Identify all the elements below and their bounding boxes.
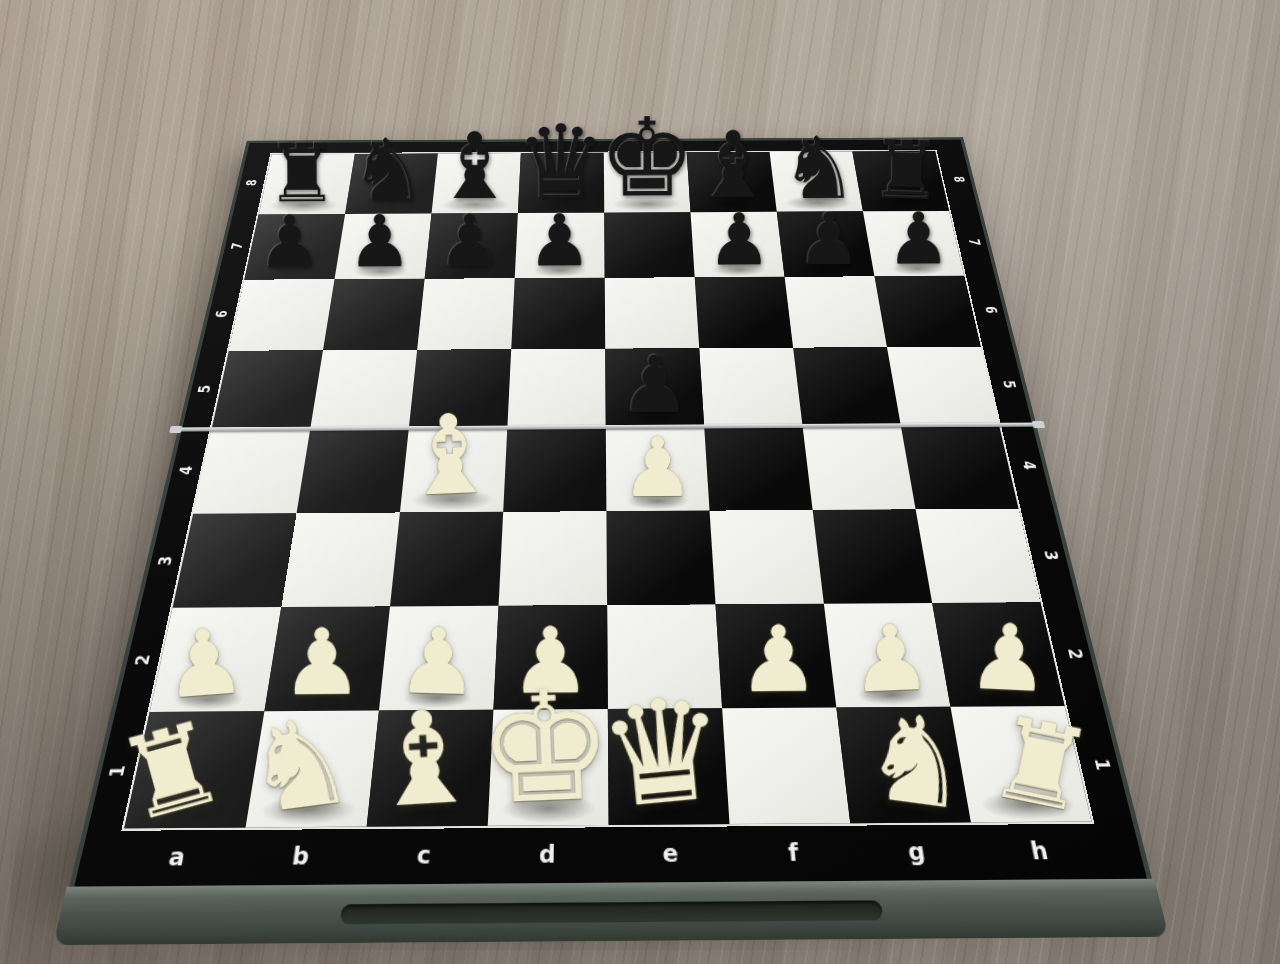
square-b3[interactable] (281, 512, 400, 607)
square-d4[interactable] (503, 426, 606, 512)
file-label-d: d (484, 827, 609, 881)
square-d1[interactable]: ♚ (488, 709, 609, 826)
square-f7[interactable]: ♟ (691, 212, 785, 277)
piece-white-rook-h1[interactable]: ♜ (981, 701, 1102, 827)
rank-label-left-6: 6 (173, 304, 270, 324)
square-h3[interactable] (916, 509, 1041, 603)
piece-black-pawn-c7[interactable]: ♟ (437, 207, 502, 276)
square-b6[interactable] (323, 279, 425, 350)
square-c4[interactable]: ♝ (400, 427, 507, 513)
square-e4[interactable]: ♟ (606, 426, 710, 512)
rank-label-right-6: 6 (942, 300, 1039, 320)
rank-label-right-8: 8 (914, 171, 1003, 188)
square-c6[interactable] (417, 278, 515, 349)
piece-white-rook-a1[interactable]: ♜ (108, 705, 235, 836)
handle-groove (340, 900, 883, 924)
rank-label-right-5: 5 (958, 373, 1060, 395)
square-d3[interactable] (499, 511, 608, 606)
square-f3[interactable] (710, 510, 824, 604)
square-c3[interactable] (390, 512, 503, 607)
piece-white-knight-b1[interactable]: ♞ (238, 701, 360, 829)
square-f1[interactable] (722, 707, 850, 824)
piece-black-pawn-g7[interactable]: ♟ (797, 205, 862, 274)
file-label-b: b (235, 829, 366, 883)
file-label-e: e (609, 826, 734, 880)
piece-black-pawn-b7[interactable]: ♟ (347, 208, 412, 277)
square-e5[interactable]: ♟ (605, 348, 704, 426)
piece-black-pawn-e5[interactable]: ♟ (619, 348, 690, 423)
board-edge-rim (53, 879, 1170, 945)
board-frame: ♜♞♝♛♚♝♞♜♟♟♟♟♟♟♟♟♝♟♟♟♟♟♟♟♟♜♞♝♚♛♞♜ 8765432… (74, 140, 1147, 887)
piece-white-queen-e1[interactable]: ♛ (593, 679, 733, 826)
piece-black-bishop-c8[interactable]: ♝ (433, 124, 515, 211)
square-g6[interactable] (785, 276, 887, 347)
square-e7[interactable] (604, 212, 694, 278)
photo-of-chess-set: { "game": { "name": "Chess", "set_type":… (0, 0, 1280, 964)
square-d7[interactable]: ♟ (515, 213, 605, 279)
square-f2[interactable]: ♟ (716, 604, 837, 709)
square-g4[interactable] (802, 424, 915, 510)
square-a2[interactable]: ♟ (150, 607, 282, 712)
piece-white-pawn-e4[interactable]: ♟ (620, 429, 694, 508)
square-f5[interactable] (699, 348, 802, 426)
piece-black-pawn-f7[interactable]: ♟ (707, 206, 772, 275)
rank-label-left-8: 8 (207, 174, 296, 191)
square-b4[interactable] (297, 427, 409, 513)
square-f6[interactable] (695, 277, 793, 348)
rank-label-left-5: 5 (154, 378, 256, 400)
square-g5[interactable] (793, 347, 901, 425)
piece-black-king-e8[interactable]: ♚ (598, 107, 696, 211)
piece-white-knight-g1[interactable]: ♞ (856, 697, 978, 825)
square-b1[interactable]: ♞ (246, 711, 379, 828)
square-e1[interactable]: ♛ (608, 708, 730, 825)
square-c7[interactable]: ♟ (425, 213, 518, 279)
rank-label-right-7: 7 (928, 233, 1021, 252)
piece-white-pawn-a2[interactable]: ♟ (160, 618, 248, 711)
square-d5[interactable] (507, 349, 605, 427)
square-g7[interactable]: ♟ (777, 211, 875, 276)
piece-white-bishop-c4[interactable]: ♝ (399, 403, 501, 511)
chessboard-scene: ♜♞♝♛♚♝♞♜♟♟♟♟♟♟♟♟♝♟♟♟♟♟♟♟♟♜♞♝♚♛♞♜ 8765432… (176, 0, 1040, 912)
square-b7[interactable]: ♟ (335, 214, 432, 280)
file-labels-bottom: abcdefgh (110, 824, 1107, 884)
piece-black-bishop-f8[interactable]: ♝ (692, 123, 774, 210)
file-label-h: h (973, 824, 1107, 878)
square-c1[interactable]: ♝ (367, 710, 494, 827)
square-d6[interactable] (511, 278, 605, 349)
square-h4[interactable] (901, 424, 1019, 509)
file-label-f: f (730, 826, 858, 880)
square-a4[interactable] (193, 428, 310, 514)
square-h2[interactable]: ♟ (932, 602, 1064, 706)
rank-label-left-7: 7 (191, 236, 284, 255)
square-e8[interactable]: ♚ (604, 152, 691, 212)
square-g1[interactable]: ♞ (836, 707, 971, 823)
square-g3[interactable] (813, 509, 933, 603)
piece-black-pawn-d7[interactable]: ♟ (527, 207, 592, 276)
chessboard: ♜♞♝♛♚♝♞♜♟♟♟♟♟♟♟♟♝♟♟♟♟♟♟♟♟♜♞♝♚♛♞♜ 8765432… (60, 140, 1161, 946)
file-label-g: g (852, 825, 983, 879)
piece-white-bishop-c1[interactable]: ♝ (363, 697, 485, 825)
square-e3[interactable] (606, 511, 715, 605)
square-e6[interactable] (605, 277, 699, 348)
piece-white-pawn-f2[interactable]: ♟ (737, 617, 819, 704)
piece-black-queen-d8[interactable]: ♛ (515, 114, 607, 211)
square-f4[interactable] (704, 425, 812, 511)
file-label-a: a (110, 830, 244, 884)
file-label-c: c (360, 828, 487, 882)
square-a3[interactable] (173, 513, 297, 608)
